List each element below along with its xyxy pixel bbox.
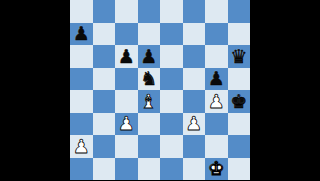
square-b2[interactable] (93, 135, 116, 158)
square-c3[interactable]: ♟ (115, 113, 138, 136)
piece-white-bishop[interactable]: ♝ (140, 91, 157, 110)
square-b3[interactable] (93, 113, 116, 136)
chess-board: ♟♟♟♛♞♟♝♟♚♟♟♟♚ (70, 0, 250, 180)
square-d7[interactable] (138, 23, 161, 46)
square-c8[interactable] (115, 0, 138, 23)
square-h6[interactable]: ♛ (228, 45, 251, 68)
square-a5[interactable] (70, 68, 93, 91)
square-g4[interactable]: ♟ (205, 90, 228, 113)
square-e8[interactable] (160, 0, 183, 23)
square-e7[interactable] (160, 23, 183, 46)
square-h5[interactable] (228, 68, 251, 91)
square-f1[interactable] (183, 158, 206, 181)
piece-black-pawn[interactable]: ♟ (208, 69, 225, 88)
square-g8[interactable] (205, 0, 228, 23)
square-c6[interactable]: ♟ (115, 45, 138, 68)
square-b4[interactable] (93, 90, 116, 113)
square-f3[interactable]: ♟ (183, 113, 206, 136)
square-g5[interactable]: ♟ (205, 68, 228, 91)
piece-white-king[interactable]: ♚ (208, 159, 225, 178)
square-e1[interactable] (160, 158, 183, 181)
square-h7[interactable] (228, 23, 251, 46)
square-d3[interactable] (138, 113, 161, 136)
square-f5[interactable] (183, 68, 206, 91)
square-e6[interactable] (160, 45, 183, 68)
square-e4[interactable] (160, 90, 183, 113)
square-a3[interactable] (70, 113, 93, 136)
square-b8[interactable] (93, 0, 116, 23)
square-f2[interactable] (183, 135, 206, 158)
square-g3[interactable] (205, 113, 228, 136)
square-g2[interactable] (205, 135, 228, 158)
piece-white-pawn[interactable]: ♟ (208, 91, 225, 110)
square-d8[interactable] (138, 0, 161, 23)
square-h2[interactable] (228, 135, 251, 158)
square-g7[interactable] (205, 23, 228, 46)
square-b6[interactable] (93, 45, 116, 68)
square-c1[interactable] (115, 158, 138, 181)
square-c4[interactable] (115, 90, 138, 113)
square-b1[interactable] (93, 158, 116, 181)
square-f8[interactable] (183, 0, 206, 23)
square-a1[interactable] (70, 158, 93, 181)
square-e5[interactable] (160, 68, 183, 91)
square-f4[interactable] (183, 90, 206, 113)
square-b7[interactable] (93, 23, 116, 46)
square-a2[interactable]: ♟ (70, 135, 93, 158)
square-f7[interactable] (183, 23, 206, 46)
square-g1[interactable]: ♚ (205, 158, 228, 181)
square-c5[interactable] (115, 68, 138, 91)
square-d6[interactable]: ♟ (138, 45, 161, 68)
square-a6[interactable] (70, 45, 93, 68)
square-c2[interactable] (115, 135, 138, 158)
piece-black-king[interactable]: ♚ (230, 91, 247, 110)
letterbox-background: ♟♟♟♛♞♟♝♟♚♟♟♟♚ (0, 0, 320, 180)
piece-black-pawn[interactable]: ♟ (73, 24, 90, 43)
piece-white-pawn[interactable]: ♟ (185, 114, 202, 133)
square-a4[interactable] (70, 90, 93, 113)
piece-black-pawn[interactable]: ♟ (140, 46, 157, 65)
piece-black-queen[interactable]: ♛ (230, 46, 247, 65)
square-d1[interactable] (138, 158, 161, 181)
square-d4[interactable]: ♝ (138, 90, 161, 113)
square-f6[interactable] (183, 45, 206, 68)
square-h1[interactable] (228, 158, 251, 181)
square-g6[interactable] (205, 45, 228, 68)
piece-black-knight[interactable]: ♞ (140, 69, 157, 88)
square-h3[interactable] (228, 113, 251, 136)
square-h8[interactable] (228, 0, 251, 23)
square-e3[interactable] (160, 113, 183, 136)
square-b5[interactable] (93, 68, 116, 91)
square-c7[interactable] (115, 23, 138, 46)
piece-white-pawn[interactable]: ♟ (118, 114, 135, 133)
square-h4[interactable]: ♚ (228, 90, 251, 113)
square-a8[interactable] (70, 0, 93, 23)
piece-white-pawn[interactable]: ♟ (73, 136, 90, 155)
square-e2[interactable] (160, 135, 183, 158)
square-d2[interactable] (138, 135, 161, 158)
piece-black-pawn[interactable]: ♟ (118, 46, 135, 65)
square-a7[interactable]: ♟ (70, 23, 93, 46)
square-d5[interactable]: ♞ (138, 68, 161, 91)
